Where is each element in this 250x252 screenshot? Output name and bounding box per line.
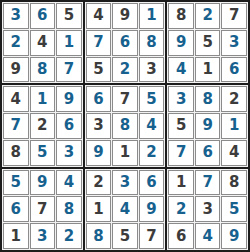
cell-r9c5[interactable]: 5 bbox=[112, 223, 138, 249]
cell-r8c5[interactable]: 4 bbox=[112, 196, 138, 222]
cell-r6c5[interactable]: 1 bbox=[112, 140, 138, 166]
cell-r2c6[interactable]: 8 bbox=[139, 30, 165, 56]
cell-r2c8[interactable]: 5 bbox=[195, 30, 221, 56]
cell-r8c8[interactable]: 3 bbox=[195, 196, 221, 222]
cell-r5c1[interactable]: 7 bbox=[3, 113, 29, 139]
cell-r9c9[interactable]: 9 bbox=[221, 223, 247, 249]
cell-r6c2[interactable]: 5 bbox=[30, 140, 56, 166]
cell-r2c2[interactable]: 4 bbox=[30, 30, 56, 56]
cell-r5c5[interactable]: 8 bbox=[112, 113, 138, 139]
cell-r4c2[interactable]: 1 bbox=[30, 86, 56, 112]
cell-r7c5[interactable]: 3 bbox=[112, 170, 138, 196]
cell-r1c7[interactable]: 8 bbox=[168, 3, 194, 29]
cell-r6c9[interactable]: 4 bbox=[221, 140, 247, 166]
cell-r2c3[interactable]: 1 bbox=[56, 30, 82, 56]
cell-r4c8[interactable]: 8 bbox=[195, 86, 221, 112]
cell-r3c3[interactable]: 7 bbox=[56, 57, 82, 83]
cell-r7c1[interactable]: 5 bbox=[3, 170, 29, 196]
cell-r2c7[interactable]: 9 bbox=[168, 30, 194, 56]
cell-r4c5[interactable]: 7 bbox=[112, 86, 138, 112]
cell-r8c4[interactable]: 1 bbox=[86, 196, 112, 222]
cell-r8c2[interactable]: 7 bbox=[30, 196, 56, 222]
cell-r6c3[interactable]: 3 bbox=[56, 140, 82, 166]
cell-r8c7[interactable]: 2 bbox=[168, 196, 194, 222]
cell-r9c2[interactable]: 3 bbox=[30, 223, 56, 249]
cell-r7c2[interactable]: 9 bbox=[30, 170, 56, 196]
box-3-3: 178235649 bbox=[167, 169, 248, 250]
cell-r3c4[interactable]: 5 bbox=[86, 57, 112, 83]
cell-r6c6[interactable]: 2 bbox=[139, 140, 165, 166]
cell-r6c7[interactable]: 7 bbox=[168, 140, 194, 166]
box-2-1: 419726853 bbox=[2, 85, 83, 166]
cell-r5c6[interactable]: 4 bbox=[139, 113, 165, 139]
cell-r1c2[interactable]: 6 bbox=[30, 3, 56, 29]
cell-r1c3[interactable]: 5 bbox=[56, 3, 82, 29]
box-3-2: 236149857 bbox=[85, 169, 166, 250]
cell-r5c2[interactable]: 2 bbox=[30, 113, 56, 139]
cell-r7c9[interactable]: 8 bbox=[221, 170, 247, 196]
box-1-2: 491768523 bbox=[85, 2, 166, 83]
cell-r5c4[interactable]: 3 bbox=[86, 113, 112, 139]
cell-r4c1[interactable]: 4 bbox=[3, 86, 29, 112]
cell-r6c4[interactable]: 9 bbox=[86, 140, 112, 166]
cell-r3c9[interactable]: 6 bbox=[221, 57, 247, 83]
cell-r4c6[interactable]: 5 bbox=[139, 86, 165, 112]
cell-r3c8[interactable]: 1 bbox=[195, 57, 221, 83]
cell-r2c9[interactable]: 3 bbox=[221, 30, 247, 56]
cell-r5c3[interactable]: 6 bbox=[56, 113, 82, 139]
cell-r4c9[interactable]: 2 bbox=[221, 86, 247, 112]
cell-r8c6[interactable]: 9 bbox=[139, 196, 165, 222]
cell-r6c1[interactable]: 8 bbox=[3, 140, 29, 166]
cell-r5c9[interactable]: 1 bbox=[221, 113, 247, 139]
cell-r4c7[interactable]: 3 bbox=[168, 86, 194, 112]
cell-r4c4[interactable]: 6 bbox=[86, 86, 112, 112]
box-3-1: 594678132 bbox=[2, 169, 83, 250]
cell-r8c1[interactable]: 6 bbox=[3, 196, 29, 222]
cell-r2c1[interactable]: 2 bbox=[3, 30, 29, 56]
box-2-2: 675384912 bbox=[85, 85, 166, 166]
cell-r1c5[interactable]: 9 bbox=[112, 3, 138, 29]
cell-r3c1[interactable]: 9 bbox=[3, 57, 29, 83]
cell-r1c1[interactable]: 3 bbox=[3, 3, 29, 29]
cell-r7c7[interactable]: 1 bbox=[168, 170, 194, 196]
cell-r8c3[interactable]: 8 bbox=[56, 196, 82, 222]
cell-r1c9[interactable]: 7 bbox=[221, 3, 247, 29]
cell-r2c5[interactable]: 6 bbox=[112, 30, 138, 56]
cell-r2c4[interactable]: 7 bbox=[86, 30, 112, 56]
cell-r7c8[interactable]: 7 bbox=[195, 170, 221, 196]
cell-r5c7[interactable]: 5 bbox=[168, 113, 194, 139]
cell-r7c4[interactable]: 2 bbox=[86, 170, 112, 196]
cell-r3c7[interactable]: 4 bbox=[168, 57, 194, 83]
cell-r1c6[interactable]: 1 bbox=[139, 3, 165, 29]
cell-r3c5[interactable]: 2 bbox=[112, 57, 138, 83]
cell-r3c2[interactable]: 8 bbox=[30, 57, 56, 83]
cell-r7c6[interactable]: 6 bbox=[139, 170, 165, 196]
cell-r9c6[interactable]: 7 bbox=[139, 223, 165, 249]
cell-r3c6[interactable]: 3 bbox=[139, 57, 165, 83]
cell-r9c3[interactable]: 2 bbox=[56, 223, 82, 249]
cell-r1c8[interactable]: 2 bbox=[195, 3, 221, 29]
cell-r4c3[interactable]: 9 bbox=[56, 86, 82, 112]
cell-r6c8[interactable]: 6 bbox=[195, 140, 221, 166]
cell-r9c4[interactable]: 8 bbox=[86, 223, 112, 249]
cell-r7c3[interactable]: 4 bbox=[56, 170, 82, 196]
cell-r1c4[interactable]: 4 bbox=[86, 3, 112, 29]
cell-r5c8[interactable]: 9 bbox=[195, 113, 221, 139]
cell-r9c7[interactable]: 6 bbox=[168, 223, 194, 249]
box-2-3: 382591764 bbox=[167, 85, 248, 166]
box-1-3: 827953416 bbox=[167, 2, 248, 83]
cell-r9c1[interactable]: 1 bbox=[3, 223, 29, 249]
box-1-1: 365241987 bbox=[2, 2, 83, 83]
sudoku-board: 3652419874917685238279534164197268536753… bbox=[0, 0, 250, 252]
cell-r8c9[interactable]: 5 bbox=[221, 196, 247, 222]
cell-r9c8[interactable]: 4 bbox=[195, 223, 221, 249]
